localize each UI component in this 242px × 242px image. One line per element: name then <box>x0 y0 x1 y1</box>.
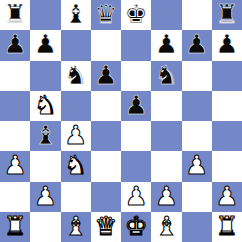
white-bishop[interactable]: ♝ <box>155 213 178 239</box>
black-queen[interactable]: ♛ <box>94 1 117 27</box>
square-c7[interactable] <box>61 30 91 60</box>
black-pawn[interactable]: ♟ <box>185 31 208 57</box>
square-d8[interactable]: ♛ <box>91 0 121 30</box>
square-g8[interactable] <box>182 0 212 30</box>
black-pawn[interactable]: ♟ <box>34 31 57 57</box>
square-h2[interactable]: ♟ <box>212 182 242 212</box>
square-d4[interactable] <box>91 121 121 151</box>
square-d6[interactable]: ♟ <box>91 61 121 91</box>
square-d3[interactable] <box>91 151 121 181</box>
square-a4[interactable] <box>0 121 30 151</box>
black-rook[interactable]: ♜ <box>3 1 26 27</box>
white-pawn[interactable]: ♟ <box>124 183 147 209</box>
black-pawn[interactable]: ♟ <box>94 62 117 88</box>
black-knight[interactable]: ♞ <box>155 62 178 88</box>
square-h7[interactable]: ♟ <box>212 30 242 60</box>
square-a8[interactable]: ♜ <box>0 0 30 30</box>
square-b8[interactable] <box>30 0 60 30</box>
white-knight[interactable]: ♞ <box>34 92 57 118</box>
square-a7[interactable]: ♟ <box>0 30 30 60</box>
square-a3[interactable]: ♟ <box>0 151 30 181</box>
white-pawn[interactable]: ♟ <box>185 152 208 178</box>
square-e7[interactable] <box>121 30 151 60</box>
square-e5[interactable]: ♟ <box>121 91 151 121</box>
square-f8[interactable] <box>151 0 181 30</box>
square-h4[interactable] <box>212 121 242 151</box>
square-a5[interactable] <box>0 91 30 121</box>
square-c3[interactable]: ♞ <box>61 151 91 181</box>
square-f4[interactable] <box>151 121 181 151</box>
square-b7[interactable]: ♟ <box>30 30 60 60</box>
square-f5[interactable] <box>151 91 181 121</box>
white-king[interactable]: ♚ <box>124 213 147 239</box>
white-pawn[interactable]: ♟ <box>3 152 26 178</box>
square-c1[interactable]: ♝ <box>61 212 91 242</box>
square-d2[interactable] <box>91 182 121 212</box>
square-h6[interactable] <box>212 61 242 91</box>
square-f6[interactable]: ♞ <box>151 61 181 91</box>
square-d5[interactable] <box>91 91 121 121</box>
square-c2[interactable] <box>61 182 91 212</box>
white-rook[interactable]: ♜ <box>3 213 26 239</box>
square-b4[interactable]: ♝ <box>30 121 60 151</box>
white-rook[interactable]: ♜ <box>215 213 238 239</box>
black-rook[interactable]: ♜ <box>215 1 238 27</box>
square-a6[interactable] <box>0 61 30 91</box>
white-pawn[interactable]: ♟ <box>34 183 57 209</box>
white-pawn[interactable]: ♟ <box>155 183 178 209</box>
black-pawn[interactable]: ♟ <box>124 92 147 118</box>
black-pawn[interactable]: ♟ <box>155 31 178 57</box>
black-bishop[interactable]: ♝ <box>64 1 87 27</box>
square-b6[interactable] <box>30 61 60 91</box>
square-h1[interactable]: ♜ <box>212 212 242 242</box>
square-b1[interactable] <box>30 212 60 242</box>
square-d1[interactable]: ♛ <box>91 212 121 242</box>
square-f3[interactable] <box>151 151 181 181</box>
square-h5[interactable] <box>212 91 242 121</box>
square-g2[interactable] <box>182 182 212 212</box>
white-pawn[interactable]: ♟ <box>215 183 238 209</box>
black-pawn[interactable]: ♟ <box>3 31 26 57</box>
square-c8[interactable]: ♝ <box>61 0 91 30</box>
square-c6[interactable]: ♞ <box>61 61 91 91</box>
square-f7[interactable]: ♟ <box>151 30 181 60</box>
square-f1[interactable]: ♝ <box>151 212 181 242</box>
square-b2[interactable]: ♟ <box>30 182 60 212</box>
white-pawn[interactable]: ♟ <box>64 122 87 148</box>
square-g5[interactable] <box>182 91 212 121</box>
square-e3[interactable] <box>121 151 151 181</box>
square-g4[interactable] <box>182 121 212 151</box>
square-f2[interactable]: ♟ <box>151 182 181 212</box>
square-h8[interactable]: ♜ <box>212 0 242 30</box>
white-queen[interactable]: ♛ <box>94 213 117 239</box>
square-b3[interactable] <box>30 151 60 181</box>
white-bishop[interactable]: ♝ <box>64 213 87 239</box>
square-h3[interactable] <box>212 151 242 181</box>
square-d7[interactable] <box>91 30 121 60</box>
square-g1[interactable] <box>182 212 212 242</box>
square-c4[interactable]: ♟ <box>61 121 91 151</box>
black-knight[interactable]: ♞ <box>64 62 87 88</box>
square-c5[interactable] <box>61 91 91 121</box>
square-e2[interactable]: ♟ <box>121 182 151 212</box>
square-e8[interactable]: ♚ <box>121 0 151 30</box>
black-pawn[interactable]: ♟ <box>215 31 238 57</box>
square-a1[interactable]: ♜ <box>0 212 30 242</box>
square-e1[interactable]: ♚ <box>121 212 151 242</box>
black-king[interactable]: ♚ <box>124 1 147 27</box>
square-g6[interactable] <box>182 61 212 91</box>
square-e4[interactable] <box>121 121 151 151</box>
chess-board: ♜♝♛♚♜♟♟♟♟♟♞♟♞♞♟♝♟♟♞♟♟♟♟♟♜♝♛♚♝♜ <box>0 0 242 242</box>
square-b5[interactable]: ♞ <box>30 91 60 121</box>
square-g3[interactable]: ♟ <box>182 151 212 181</box>
black-bishop[interactable]: ♝ <box>34 122 57 148</box>
square-g7[interactable]: ♟ <box>182 30 212 60</box>
square-e6[interactable] <box>121 61 151 91</box>
square-a2[interactable] <box>0 182 30 212</box>
white-knight[interactable]: ♞ <box>64 152 87 178</box>
